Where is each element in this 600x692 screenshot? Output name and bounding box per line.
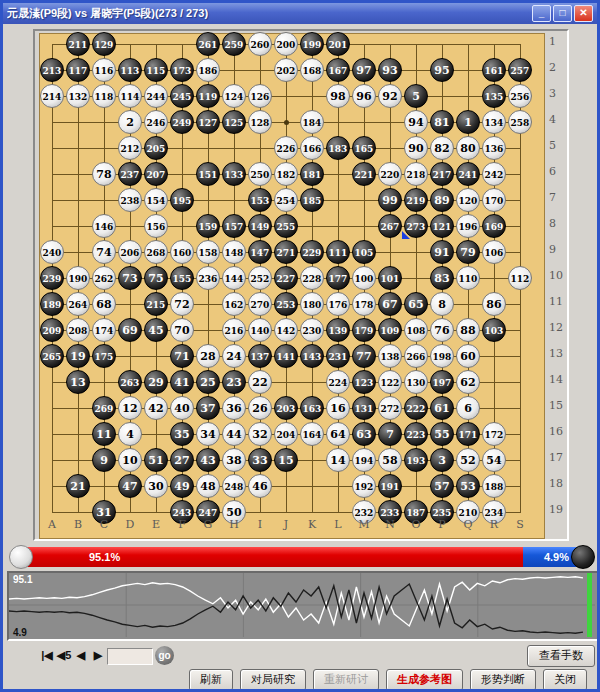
- black-stone: 11: [92, 422, 116, 446]
- black-stone: 69: [118, 318, 142, 342]
- white-stone: 124: [222, 84, 246, 108]
- white-stone: 242: [482, 162, 506, 186]
- row-label: 17: [549, 451, 569, 464]
- black-stone: 271: [274, 240, 298, 264]
- black-stone: 63: [352, 422, 376, 446]
- black-stone: 219: [404, 188, 428, 212]
- black-stone: 19: [66, 344, 90, 368]
- black-stone: 93: [378, 58, 402, 82]
- white-stone: 196: [456, 214, 480, 238]
- column-label: N: [380, 518, 400, 531]
- white-stone: 118: [92, 84, 116, 108]
- black-stone: 163: [300, 396, 324, 420]
- black-stone: 215: [144, 292, 168, 316]
- white-stone: 254: [274, 188, 298, 212]
- white-stone: 142: [274, 318, 298, 342]
- black-stone: 157: [222, 214, 246, 238]
- star-point: [284, 120, 289, 125]
- white-stone: 202: [274, 58, 298, 82]
- title-bar: 元晟溱(P9段) vs 屠晓宇(P5段)(273 / 273) _ □ ✕: [3, 3, 597, 24]
- white-stone: 140: [248, 318, 272, 342]
- black-stone: 45: [144, 318, 168, 342]
- black-stone: 33: [248, 448, 272, 472]
- black-stone: 257: [508, 58, 532, 82]
- white-stone: 220: [378, 162, 402, 186]
- white-stone: 116: [92, 58, 116, 82]
- black-stone: 167: [326, 58, 350, 82]
- column-label: Q: [458, 518, 478, 531]
- black-stone: 57: [430, 474, 454, 498]
- white-stone: 88: [456, 318, 480, 342]
- forward-1-move-button[interactable]: ▶: [90, 647, 106, 663]
- black-stone: 7: [378, 422, 402, 446]
- black-stone: 143: [300, 344, 324, 368]
- black-stone: 193: [404, 448, 428, 472]
- move-number-input[interactable]: [107, 648, 153, 665]
- white-stone: 126: [248, 84, 272, 108]
- row-label: 11: [549, 295, 569, 308]
- white-stone: 224: [326, 370, 350, 394]
- white-stone: 204: [274, 422, 298, 446]
- white-stone: 98: [326, 84, 350, 108]
- black-stone: 65: [404, 292, 428, 316]
- black-stone: 161: [482, 58, 506, 82]
- black-stone: 21: [66, 474, 90, 498]
- black-stone: 185: [300, 188, 324, 212]
- black-stone: 199: [300, 32, 324, 56]
- white-stone: 252: [248, 266, 272, 290]
- column-label: H: [224, 518, 244, 531]
- white-stone: 68: [92, 292, 116, 316]
- black-stone: 91: [430, 240, 454, 264]
- black-stone: 51: [144, 448, 168, 472]
- white-stone: 240: [40, 240, 64, 264]
- black-stone: 67: [378, 292, 402, 316]
- black-stone: 141: [274, 344, 298, 368]
- white-stone: 4: [118, 422, 142, 446]
- white-stone: 144: [222, 266, 246, 290]
- black-stone: 181: [300, 162, 324, 186]
- white-stone: 96: [352, 84, 376, 108]
- black-stone: 79: [456, 240, 480, 264]
- black-stone: 47: [118, 474, 142, 498]
- refresh-button[interactable]: 刷新: [189, 669, 233, 691]
- winrate-graph: 95.1 4.9: [7, 571, 599, 641]
- black-stone: 147: [248, 240, 272, 264]
- black-stone: 117: [66, 58, 90, 82]
- white-stone: 82: [430, 136, 454, 160]
- black-stone: 267: [378, 214, 402, 238]
- white-stone: 120: [456, 188, 480, 212]
- graph-top-label: 95.1: [13, 574, 32, 585]
- white-stone: 16: [326, 396, 350, 420]
- action-buttons: 刷新对局研究重新研讨生成参考图形势判断关闭: [3, 669, 595, 691]
- black-stone: 29: [144, 370, 168, 394]
- row-label: 4: [549, 113, 569, 126]
- white-stone: 110: [456, 266, 480, 290]
- black-stone: 169: [482, 214, 506, 238]
- white-stone: 208: [66, 318, 90, 342]
- black-stone: 239: [40, 266, 64, 290]
- black-stone: 137: [248, 344, 272, 368]
- black-stone: 133: [222, 162, 246, 186]
- black-stone: 135: [482, 84, 506, 108]
- white-stone: 180: [300, 292, 324, 316]
- black-stone: 55: [430, 422, 454, 446]
- white-stone: 134: [482, 110, 506, 134]
- black-stone: 3: [430, 448, 454, 472]
- black-stone: 111: [326, 240, 350, 264]
- white-stone: 272: [378, 396, 402, 420]
- white-stone: 200: [274, 32, 298, 56]
- white-stone: 40: [170, 396, 194, 420]
- white-winrate-segment: 95.1%: [25, 547, 523, 567]
- black-stone: 123: [352, 370, 376, 394]
- column-label: B: [68, 518, 88, 531]
- view-moves-button[interactable]: 查看手数: [527, 645, 595, 667]
- game-research-button[interactable]: 对局研究: [240, 669, 306, 691]
- black-stone: 229: [300, 240, 324, 264]
- black-stone: 245: [170, 84, 194, 108]
- black-stone: 159: [196, 214, 220, 238]
- window-controls: _ □ ✕: [532, 5, 593, 22]
- white-stone: 54: [482, 448, 506, 472]
- white-stone: 34: [196, 422, 220, 446]
- black-stone: 5: [404, 84, 428, 108]
- black-stone: 49: [170, 474, 194, 498]
- back-1-move-button[interactable]: ◀: [73, 647, 89, 663]
- white-stone: 74: [92, 240, 116, 264]
- white-stone: 182: [274, 162, 298, 186]
- row-label: 1: [549, 35, 569, 48]
- column-label: L: [328, 518, 348, 531]
- black-stone: 101: [378, 266, 402, 290]
- white-stone: 154: [144, 188, 168, 212]
- white-stone: 156: [144, 214, 168, 238]
- black-stone: 77: [352, 344, 376, 368]
- go-button[interactable]: go: [155, 646, 174, 665]
- black-stone: 23: [222, 370, 246, 394]
- black-stone: 151: [196, 162, 220, 186]
- white-stone: 184: [300, 110, 324, 134]
- restudy-button: 重新研讨: [313, 669, 379, 691]
- white-stone: 230: [300, 318, 324, 342]
- black-stone: 171: [456, 422, 480, 446]
- black-stone: 249: [170, 110, 194, 134]
- back-5-moves-button[interactable]: ◀5: [56, 647, 72, 663]
- white-stone: 38: [222, 448, 246, 472]
- black-stone: 139: [326, 318, 350, 342]
- black-stone: 255: [274, 214, 298, 238]
- go-board[interactable]: 2111292612592602001992012131171161131151…: [39, 33, 545, 539]
- black-stone: 35: [170, 422, 194, 446]
- row-label: 2: [549, 61, 569, 74]
- black-stone: 179: [352, 318, 376, 342]
- row-label: 10: [549, 269, 569, 282]
- black-stone: 165: [352, 136, 376, 160]
- white-stone: 188: [482, 474, 506, 498]
- application-window: 元晟溱(P9段) vs 屠晓宇(P5段)(273 / 273) _ □ ✕ 21…: [0, 0, 600, 692]
- minimize-button[interactable]: _: [532, 5, 551, 22]
- white-stone: 148: [222, 240, 246, 264]
- black-stone: 119: [196, 84, 220, 108]
- column-label: K: [302, 518, 322, 531]
- white-stone: 212: [118, 136, 142, 160]
- white-stone: 164: [300, 422, 324, 446]
- white-winrate-label: 95.1%: [25, 551, 120, 563]
- column-label: C: [94, 518, 114, 531]
- white-stone: 108: [404, 318, 428, 342]
- white-stone: 260: [248, 32, 272, 56]
- black-stone: 222: [404, 396, 428, 420]
- black-stone: 109: [378, 318, 402, 342]
- white-stone: 158: [196, 240, 220, 264]
- row-label: 6: [549, 165, 569, 178]
- maximize-button[interactable]: □: [553, 5, 572, 22]
- row-label: 8: [549, 217, 569, 230]
- white-stone: 12: [118, 396, 142, 420]
- black-stone: 177: [326, 266, 350, 290]
- black-stone: 89: [430, 188, 454, 212]
- white-stone: 262: [92, 266, 116, 290]
- column-label: I: [250, 518, 270, 531]
- black-stone: 129: [92, 32, 116, 56]
- column-label: E: [146, 518, 166, 531]
- playback-controls: |◀◀5◀▶5▶▶| go 查看手数: [3, 645, 600, 667]
- white-stone: 130: [404, 370, 428, 394]
- black-stone: 211: [66, 32, 90, 56]
- black-stone-indicator: [571, 545, 595, 569]
- black-stone: 209: [40, 318, 64, 342]
- black-stone: 105: [352, 240, 376, 264]
- white-stone: 170: [482, 188, 506, 212]
- black-stone: 41: [170, 370, 194, 394]
- white-stone: 176: [326, 292, 350, 316]
- black-stone: 241: [456, 162, 480, 186]
- white-stone: 192: [352, 474, 376, 498]
- white-stone: 58: [378, 448, 402, 472]
- black-stone: 131: [352, 396, 376, 420]
- black-stone: 9: [92, 448, 116, 472]
- black-stone: 103: [482, 318, 506, 342]
- black-stone: 201: [326, 32, 350, 56]
- row-label: 7: [549, 191, 569, 204]
- white-stone: 122: [378, 370, 402, 394]
- row-label: 5: [549, 139, 569, 152]
- white-stone: 214: [40, 84, 64, 108]
- white-stone: 22: [248, 370, 272, 394]
- white-stone: 100: [352, 266, 376, 290]
- black-stone: 183: [326, 136, 350, 160]
- white-stone: 80: [456, 136, 480, 160]
- white-stone: 48: [196, 474, 220, 498]
- column-label: J: [276, 518, 296, 531]
- white-stone: 70: [170, 318, 194, 342]
- white-stone: 186: [196, 58, 220, 82]
- black-stone: 173: [170, 58, 194, 82]
- black-stone: 13: [66, 370, 90, 394]
- column-label: P: [432, 518, 452, 531]
- black-stone: 265: [40, 344, 64, 368]
- column-label: D: [120, 518, 140, 531]
- column-label: O: [406, 518, 426, 531]
- black-stone: 121: [430, 214, 454, 238]
- column-label: M: [354, 518, 374, 531]
- white-stone: 14: [326, 448, 350, 472]
- black-stone: 191: [378, 474, 402, 498]
- white-stone: 2: [118, 110, 142, 134]
- black-stone: 213: [40, 58, 64, 82]
- white-stone: 8: [430, 292, 454, 316]
- black-stone: 71: [170, 344, 194, 368]
- board-panel: 2111292612592602001992012131171161131151…: [33, 29, 569, 541]
- white-stone: 172: [482, 422, 506, 446]
- close-button[interactable]: 关闭: [543, 669, 587, 691]
- white-stone: 128: [248, 110, 272, 134]
- row-label: 16: [549, 425, 569, 438]
- white-stone: 30: [144, 474, 168, 498]
- black-stone: 189: [40, 292, 64, 316]
- white-stone: 132: [66, 84, 90, 108]
- black-stone: 269: [92, 396, 116, 420]
- black-stone: 97: [352, 58, 376, 82]
- white-stone: 136: [482, 136, 506, 160]
- row-label: 18: [549, 477, 569, 490]
- close-window-button[interactable]: ✕: [574, 5, 593, 22]
- white-stone: 266: [404, 344, 428, 368]
- white-stone: 32: [248, 422, 272, 446]
- white-stone: 228: [300, 266, 324, 290]
- white-stone: 94: [404, 110, 428, 134]
- white-stone: 52: [456, 448, 480, 472]
- black-stone: 95: [430, 58, 454, 82]
- black-stone: 53: [456, 474, 480, 498]
- white-stone: 62: [456, 370, 480, 394]
- white-stone: 26: [248, 396, 272, 420]
- column-label: S: [510, 518, 530, 531]
- black-stone: 263: [118, 370, 142, 394]
- white-stone: 42: [144, 396, 168, 420]
- white-stone-indicator: [9, 545, 33, 569]
- graph-bottom-label: 4.9: [13, 627, 27, 638]
- white-stone: 46: [248, 474, 272, 498]
- black-stone: 83: [430, 266, 454, 290]
- black-stone: 253: [274, 292, 298, 316]
- black-stone: 75: [144, 266, 168, 290]
- black-stone: 127: [196, 110, 220, 134]
- white-stone: 264: [66, 292, 90, 316]
- current-position-indicator[interactable]: [587, 573, 592, 637]
- white-stone: 218: [404, 162, 428, 186]
- white-stone: 216: [222, 318, 246, 342]
- white-stone: 72: [170, 292, 194, 316]
- black-stone: 223: [404, 422, 428, 446]
- black-stone: 27: [170, 448, 194, 472]
- row-label: 12: [549, 321, 569, 334]
- white-stone: 90: [404, 136, 428, 160]
- winrate-bar: 95.1% 4.9%: [9, 545, 595, 569]
- white-stone: 246: [144, 110, 168, 134]
- white-stone: 174: [92, 318, 116, 342]
- white-stone: 24: [222, 344, 246, 368]
- black-stone: 43: [196, 448, 220, 472]
- black-stone: 1: [456, 110, 480, 134]
- last-move-marker: [402, 231, 410, 239]
- black-stone: 61: [430, 396, 454, 420]
- row-label: 14: [549, 373, 569, 386]
- black-stone: 259: [222, 32, 246, 56]
- white-stone: 160: [170, 240, 194, 264]
- white-stone: 92: [378, 84, 402, 108]
- white-stone: 112: [508, 266, 532, 290]
- position-judgment-button[interactable]: 形势判断: [470, 669, 536, 691]
- first-move-button[interactable]: |◀: [39, 647, 55, 663]
- white-stone: 244: [144, 84, 168, 108]
- black-stone: 221: [352, 162, 376, 186]
- white-stone: 248: [222, 474, 246, 498]
- white-stone: 106: [482, 240, 506, 264]
- window-title: 元晟溱(P9段) vs 屠晓宇(P5段)(273 / 273): [7, 6, 532, 21]
- white-stone: 28: [196, 344, 220, 368]
- white-stone: 44: [222, 422, 246, 446]
- black-stone: 175: [92, 344, 116, 368]
- black-stone: 125: [222, 110, 246, 134]
- row-label: 9: [549, 243, 569, 256]
- white-stone: 138: [378, 344, 402, 368]
- row-label: 3: [549, 87, 569, 100]
- white-stone: 258: [508, 110, 532, 134]
- white-stone: 190: [66, 266, 90, 290]
- black-stone: 149: [248, 214, 272, 238]
- black-stone: 217: [430, 162, 454, 186]
- white-stone: 256: [508, 84, 532, 108]
- black-stone: 25: [196, 370, 220, 394]
- white-stone: 114: [118, 84, 142, 108]
- white-stone: 270: [248, 292, 272, 316]
- white-stone: 60: [456, 344, 480, 368]
- white-stone: 194: [352, 448, 376, 472]
- row-label: 15: [549, 399, 569, 412]
- black-stone: 115: [144, 58, 168, 82]
- black-stone: 15: [274, 448, 298, 472]
- column-label: R: [484, 518, 504, 531]
- white-stone: 236: [196, 266, 220, 290]
- white-stone: 268: [144, 240, 168, 264]
- column-label: A: [42, 518, 62, 531]
- black-stone: 153: [248, 188, 272, 212]
- white-stone: 178: [352, 292, 376, 316]
- white-stone: 226: [274, 136, 298, 160]
- black-stone: 203: [274, 396, 298, 420]
- row-label: 13: [549, 347, 569, 360]
- column-label: G: [198, 518, 218, 531]
- white-stone: 162: [222, 292, 246, 316]
- black-stone: 197: [430, 370, 454, 394]
- black-stone: 113: [118, 58, 142, 82]
- winrate-graph-canvas: [9, 573, 595, 637]
- row-label: 19: [549, 503, 569, 516]
- white-stone: 206: [118, 240, 142, 264]
- white-stone: 250: [248, 162, 272, 186]
- generate-reference-button[interactable]: 生成参考图: [386, 669, 463, 691]
- column-label: F: [172, 518, 192, 531]
- black-stone: 205: [144, 136, 168, 160]
- black-stone: 261: [196, 32, 220, 56]
- white-stone: 64: [326, 422, 350, 446]
- black-stone: 37: [196, 396, 220, 420]
- black-stone: 155: [170, 266, 194, 290]
- white-stone: 166: [300, 136, 324, 160]
